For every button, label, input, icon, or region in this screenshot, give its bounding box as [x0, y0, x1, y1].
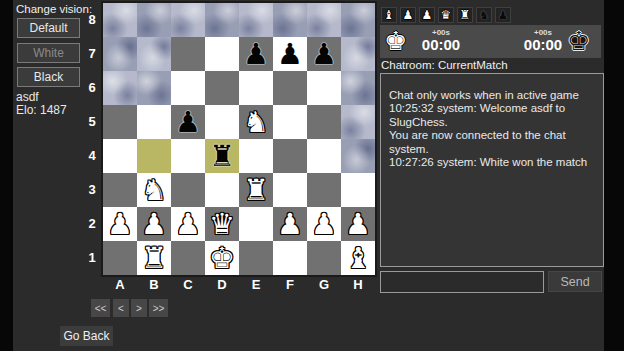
white-pawn: ♟	[277, 207, 303, 241]
square-b6[interactable]	[137, 71, 171, 105]
captured-slot: ♛	[438, 7, 454, 23]
white-knight: ♞	[243, 105, 269, 139]
square-b5[interactable]	[137, 105, 171, 139]
square-d6[interactable]	[205, 71, 239, 105]
captured-slot: ♞	[476, 7, 492, 23]
chess-board: ♟♟♟♟♞♜♞♜♟♟♟♛♟♟♟♜♚♝	[103, 3, 375, 275]
square-f6[interactable]	[273, 71, 307, 105]
black-pawn-icon: ♟	[498, 8, 509, 22]
square-c7[interactable]	[171, 37, 205, 71]
white-pawn: ♟	[107, 207, 133, 241]
square-a4[interactable]	[103, 139, 137, 173]
go-back-button[interactable]: Go Back	[60, 326, 113, 346]
square-a3[interactable]	[103, 173, 137, 207]
square-h1[interactable]: ♝	[341, 241, 375, 275]
white-queen: ♛	[209, 207, 235, 241]
file-label-e: E	[239, 277, 273, 293]
chat-input[interactable]	[380, 271, 544, 293]
square-d3[interactable]	[205, 173, 239, 207]
square-h2[interactable]: ♟	[341, 207, 375, 241]
square-f7[interactable]: ♟	[273, 37, 307, 71]
square-c6[interactable]	[171, 71, 205, 105]
file-label-a: A	[103, 277, 137, 293]
rank-label-1: 1	[84, 241, 100, 275]
square-h4[interactable]	[341, 139, 375, 173]
square-e4[interactable]	[239, 139, 273, 173]
white-pawn-icon: ♟	[403, 8, 414, 22]
square-c3[interactable]	[171, 173, 205, 207]
vision-button-black[interactable]: Black	[17, 67, 80, 87]
rank-label-3: 3	[84, 173, 100, 207]
white-pawn: ♟	[175, 207, 201, 241]
square-e6[interactable]	[239, 71, 273, 105]
square-f3[interactable]	[273, 173, 307, 207]
square-d1[interactable]: ♚	[205, 241, 239, 275]
rank-label-8: 8	[84, 3, 100, 37]
rank-label-4: 4	[84, 139, 100, 173]
captured-slot: ♟	[400, 7, 416, 23]
square-g8[interactable]	[307, 3, 341, 37]
square-c8[interactable]	[171, 3, 205, 37]
square-h7[interactable]	[341, 37, 375, 71]
square-c2[interactable]: ♟	[171, 207, 205, 241]
square-g5[interactable]	[307, 105, 341, 139]
square-f5[interactable]	[273, 105, 307, 139]
square-a5[interactable]	[103, 105, 137, 139]
black-pawn: ♟	[311, 37, 337, 71]
white-queen-icon: ♛	[441, 8, 452, 22]
square-b2[interactable]: ♟	[137, 207, 171, 241]
player-name: asdf	[16, 90, 39, 104]
send-button[interactable]: Send	[548, 271, 602, 292]
square-e2[interactable]	[239, 207, 273, 241]
square-h8[interactable]	[341, 3, 375, 37]
square-f1[interactable]	[273, 241, 307, 275]
captured-slot: ♝	[381, 7, 397, 23]
nav-last-button[interactable]: >>	[149, 299, 168, 317]
file-labels: ABCDEFGH	[103, 277, 375, 293]
square-g4[interactable]	[307, 139, 341, 173]
square-a8[interactable]	[103, 3, 137, 37]
left-letterbox	[0, 0, 13, 351]
file-label-b: B	[137, 277, 171, 293]
square-a7[interactable]	[103, 37, 137, 71]
captured-slot: ♟	[419, 7, 435, 23]
file-label-f: F	[273, 277, 307, 293]
square-b7[interactable]	[137, 37, 171, 71]
square-d5[interactable]	[205, 105, 239, 139]
rank-label-7: 7	[84, 37, 100, 71]
white-pawn-icon: ♟	[422, 8, 433, 22]
black-knight-icon: ♞	[479, 8, 490, 22]
chat-message-area[interactable]: Chat only works when in active game10:25…	[380, 73, 604, 267]
chat-message-line: 10:25:32 system: Welcome asdf to SlugChe…	[389, 102, 595, 129]
square-g2[interactable]: ♟	[307, 207, 341, 241]
rank-label-2: 2	[84, 207, 100, 241]
captured-slot: ♜	[457, 7, 473, 23]
black-king-icon: ♚	[567, 26, 590, 56]
file-label-g: G	[307, 277, 341, 293]
square-h3[interactable]	[341, 173, 375, 207]
square-c1[interactable]	[171, 241, 205, 275]
captured-slot: ♟	[495, 7, 511, 23]
chat-message-line: 10:27:26 system: White won the match	[389, 156, 595, 169]
square-g1[interactable]	[307, 241, 341, 275]
square-a1[interactable]	[103, 241, 137, 275]
square-a2[interactable]: ♟	[103, 207, 137, 241]
black-pawn: ♟	[243, 37, 269, 71]
vision-button-default[interactable]: Default	[17, 18, 80, 38]
chat-message-line: You are now connected to the chat system…	[389, 129, 595, 156]
square-b3[interactable]: ♞	[137, 173, 171, 207]
square-h5[interactable]	[341, 105, 375, 139]
white-knight: ♞	[141, 173, 167, 207]
rank-label-6: 6	[84, 71, 100, 105]
right-letterbox	[604, 0, 624, 351]
square-e7[interactable]: ♟	[239, 37, 273, 71]
square-d4[interactable]: ♜	[205, 139, 239, 173]
square-b1[interactable]: ♜	[137, 241, 171, 275]
file-label-c: C	[171, 277, 205, 293]
square-d8[interactable]	[205, 3, 239, 37]
white-pawn: ♟	[141, 207, 167, 241]
nav-next-button[interactable]: >	[131, 299, 147, 317]
white-king-icon: ♚	[384, 26, 407, 56]
white-rook: ♜	[243, 173, 269, 207]
square-g7[interactable]: ♟	[307, 37, 341, 71]
white-king: ♚	[209, 241, 235, 275]
white-pawn: ♟	[345, 207, 371, 241]
square-g6[interactable]	[307, 71, 341, 105]
white-pawn: ♟	[311, 207, 337, 241]
square-d7[interactable]	[205, 37, 239, 71]
black-rook: ♜	[209, 139, 235, 173]
chatroom-label: Chatroom: CurrentMatch	[381, 59, 508, 71]
square-b4[interactable]	[137, 139, 171, 173]
square-e3[interactable]: ♜	[239, 173, 273, 207]
nav-first-button[interactable]: <<	[91, 299, 110, 317]
rank-label-5: 5	[84, 105, 100, 139]
square-e8[interactable]	[239, 3, 273, 37]
square-b8[interactable]	[137, 3, 171, 37]
player-elo: Elo: 1487	[16, 103, 67, 117]
vision-button-white[interactable]: White	[17, 43, 80, 63]
white-rook-icon: ♜	[460, 8, 471, 22]
change-vision-label: Change vision:	[16, 3, 92, 15]
square-c5[interactable]: ♟	[171, 105, 205, 139]
square-a6[interactable]	[103, 71, 137, 105]
white-bishop: ♝	[345, 241, 371, 275]
file-label-h: H	[341, 277, 375, 293]
black-clock-time: 00:00	[520, 36, 566, 53]
square-f4[interactable]	[273, 139, 307, 173]
slugchess-window: Change vision: DefaultWhiteBlack asdf El…	[0, 0, 624, 351]
square-d2[interactable]: ♛	[205, 207, 239, 241]
black-pawn: ♟	[175, 105, 201, 139]
file-label-d: D	[205, 277, 239, 293]
square-h6[interactable]	[341, 71, 375, 105]
white-rook: ♜	[141, 241, 167, 275]
white-clock-time: 00:00	[418, 36, 464, 53]
white-bishop-icon: ♝	[384, 8, 395, 22]
nav-prev-button[interactable]: <	[113, 299, 129, 317]
square-c4[interactable]	[171, 139, 205, 173]
clock-bar: ♚ +00s 00:00 +00s 00:00 ♚	[380, 25, 601, 58]
square-e5[interactable]: ♞	[239, 105, 273, 139]
chat-message-line: Chat only works when in active game	[389, 89, 595, 102]
square-e1[interactable]	[239, 241, 273, 275]
square-g3[interactable]	[307, 173, 341, 207]
black-pawn: ♟	[277, 37, 303, 71]
square-f8[interactable]	[273, 3, 307, 37]
square-f2[interactable]: ♟	[273, 207, 307, 241]
